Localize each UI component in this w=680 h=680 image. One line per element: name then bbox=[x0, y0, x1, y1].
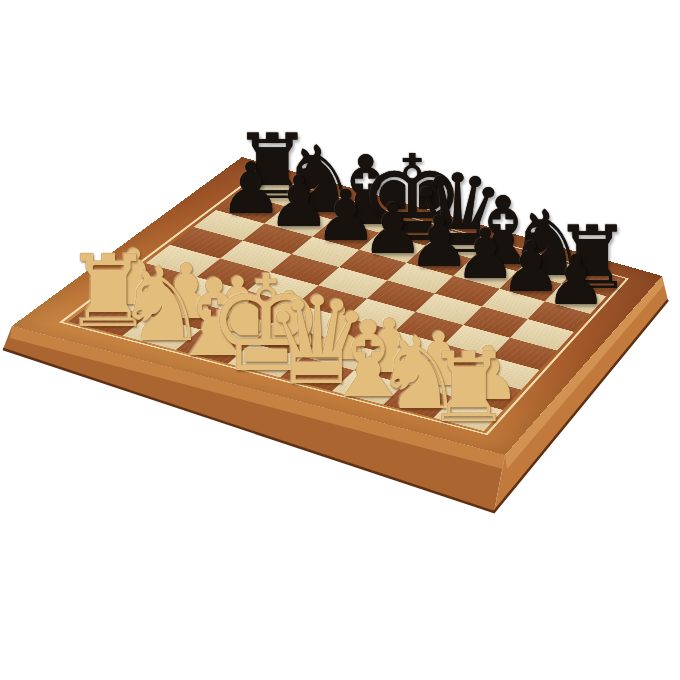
chess-set-photo: ♜♞♟♝♟♚♟♛♟♝♟♞♟♜♟♟♟♟♜♟♞♟♝♟♚♟♛♟♝♟♞♜ bbox=[0, 0, 680, 680]
piece-black-pawn-h7[interactable]: ♟ bbox=[542, 246, 611, 315]
piece-white-rook-h1[interactable]: ♜ bbox=[421, 340, 517, 436]
